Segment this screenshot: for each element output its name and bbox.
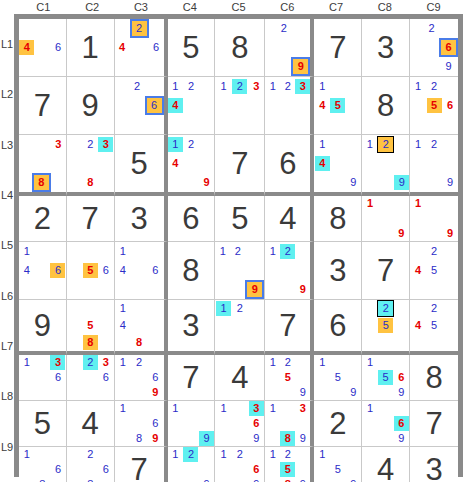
cell-L1C3[interactable]: 246	[115, 19, 168, 77]
cell-L5C4[interactable]: 8	[168, 242, 216, 300]
candidate-2[interactable]: 2	[183, 447, 198, 462]
candidate-pos-4: 4	[168, 154, 184, 173]
cell-L2C9[interactable]: 1256	[410, 77, 458, 135]
candidate-pos-1: 1	[362, 135, 377, 154]
candidate-pos-6: 6	[442, 96, 458, 115]
candidate-pos-1: 1	[19, 355, 35, 370]
cell-L5C9[interactable]: 245	[410, 242, 458, 300]
candidate-2[interactable]: 2	[427, 244, 442, 259]
cell-L7C4[interactable]: 7	[168, 355, 216, 401]
cell-L3C1[interactable]: 38	[19, 135, 67, 196]
big-digit: 4	[265, 196, 310, 241]
candidate-1[interactable]: 1	[411, 79, 426, 94]
cell-L7C3[interactable]: 1269	[115, 355, 168, 401]
candidate-6[interactable]: 6	[148, 263, 163, 278]
cell-L7C5[interactable]: 4	[215, 355, 265, 401]
candidate-1[interactable]: 1	[363, 196, 378, 211]
candidate-4[interactable]: 4	[315, 98, 330, 113]
candidate-2[interactable]: 2	[427, 301, 442, 316]
candidate-6[interactable]: 6	[439, 38, 458, 57]
candidate-3[interactable]: 3	[295, 79, 310, 94]
candidate-3[interactable]: 3	[98, 137, 113, 152]
candidate-3[interactable]: 3	[50, 355, 65, 370]
candidate-1[interactable]: 1	[168, 79, 183, 94]
candidate-pos-6: 6	[50, 38, 66, 57]
cell-L3C8[interactable]: 129	[362, 135, 410, 196]
cell-L6C4[interactable]: 3	[168, 300, 216, 355]
candidate-pos-2: 2	[232, 300, 248, 317]
cell-L1C4[interactable]: 5	[168, 19, 216, 77]
candidate-6[interactable]: 6	[50, 40, 65, 55]
candidate-1[interactable]: 1	[363, 401, 378, 416]
candidate-6[interactable]: 6	[148, 416, 163, 431]
cell-L8C5[interactable]: 1369	[215, 401, 265, 447]
cell-L5C8[interactable]: 7	[362, 242, 410, 300]
candidate-pos-1: 1	[362, 401, 378, 416]
cell-L1C9[interactable]: 269	[410, 19, 458, 77]
candidate-2[interactable]: 2	[427, 137, 442, 152]
candidate-8[interactable]: 8	[32, 173, 51, 192]
candidate-pos-6: 6	[147, 261, 163, 280]
candidate-4[interactable]: 4	[168, 156, 183, 171]
candidate-pos-2: 2	[130, 77, 145, 96]
candidate-1[interactable]: 1	[215, 244, 230, 259]
candidate-1[interactable]: 1	[265, 355, 280, 370]
candidate-pos-9: 9	[442, 173, 458, 192]
cell-L7C7[interactable]: 159	[314, 355, 362, 401]
candidate-2[interactable]: 2	[83, 355, 98, 370]
candidate-1[interactable]: 1	[315, 447, 330, 462]
candidate-8[interactable]: 8	[35, 477, 50, 482]
candidate-3[interactable]: 3	[249, 79, 264, 94]
candidate-4[interactable]: 4	[115, 318, 130, 333]
cell-L4C3[interactable]: 3	[115, 196, 168, 242]
cell-L6C2[interactable]: 58	[67, 300, 115, 355]
cell-L5C7[interactable]: 3	[314, 242, 362, 300]
cell-L9C1[interactable]: 168	[19, 447, 67, 482]
candidate-pos-1: 1	[215, 401, 231, 416]
candidate-1[interactable]: 1	[115, 244, 130, 259]
cell-L4C4[interactable]: 6	[168, 196, 216, 242]
candidate-6[interactable]: 6	[148, 370, 163, 385]
candidate-9[interactable]: 9	[199, 431, 214, 446]
candidate-pos-2: 2	[426, 135, 442, 154]
candidate-2[interactable]: 2	[83, 137, 98, 152]
cell-L7C1[interactable]: 136	[19, 355, 67, 401]
big-digit: 9	[67, 77, 114, 134]
cell-L9C8[interactable]: 4	[362, 447, 410, 482]
candidate-6[interactable]: 6	[394, 416, 409, 431]
cell-L6C1[interactable]: 9	[19, 300, 67, 355]
cell-L8C3[interactable]: 1689	[115, 401, 168, 447]
candidate-5[interactable]: 5	[427, 98, 442, 113]
candidate-1[interactable]: 1	[168, 401, 183, 416]
candidate-grid: 238	[67, 135, 114, 192]
candidate-4[interactable]: 4	[411, 263, 426, 278]
cell-L7C9[interactable]: 8	[410, 355, 458, 401]
cell-L7C2[interactable]: 236	[67, 355, 115, 401]
candidate-pos-6: 6	[98, 462, 114, 477]
cell-L2C6[interactable]: 123	[265, 77, 314, 135]
candidate-1[interactable]: 1	[115, 355, 130, 370]
candidate-pos-1: 1	[362, 355, 378, 370]
candidate-pos-2: 2	[82, 355, 98, 370]
candidate-2[interactable]: 2	[183, 137, 198, 152]
cell-L4C7[interactable]: 8	[314, 196, 362, 242]
candidate-grid: 12	[215, 300, 264, 351]
big-digit: 2	[19, 196, 66, 241]
candidate-6[interactable]: 6	[98, 263, 113, 278]
candidate-pos-1: 1	[168, 447, 184, 462]
candidate-4[interactable]: 4	[115, 40, 130, 55]
candidate-3[interactable]: 3	[249, 401, 264, 416]
candidate-2[interactable]: 2	[130, 19, 149, 38]
candidate-5[interactable]: 5	[378, 318, 393, 333]
big-digit: 7	[410, 401, 458, 446]
candidate-pos-2: 2	[426, 300, 442, 317]
cell-L3C5[interactable]: 7	[215, 135, 265, 196]
candidate-2[interactable]: 2	[183, 79, 198, 94]
candidate-1[interactable]: 1	[315, 79, 330, 94]
candidate-2[interactable]: 2	[427, 79, 442, 94]
candidate-1[interactable]: 1	[168, 137, 183, 152]
cell-L9C5[interactable]: 1269	[215, 447, 265, 482]
candidate-6[interactable]: 6	[50, 370, 65, 385]
candidate-grid: 38	[19, 135, 66, 192]
cell-L5C5[interactable]: 129	[215, 242, 265, 300]
cell-L2C3[interactable]: 26	[115, 77, 168, 135]
candidate-1[interactable]: 1	[19, 447, 34, 462]
candidate-pos-2: 2	[426, 242, 442, 261]
cell-L5C2[interactable]: 56	[67, 242, 115, 300]
candidate-5[interactable]: 5	[427, 263, 442, 278]
candidate-pos-4: 4	[115, 317, 131, 334]
cell-L9C9[interactable]: 3	[410, 447, 458, 482]
cell-L8C9[interactable]: 7	[410, 401, 458, 447]
cell-L3C9[interactable]: 129	[410, 135, 458, 196]
candidate-5[interactable]: 5	[427, 318, 442, 333]
cell-L3C4[interactable]: 1249	[168, 135, 216, 196]
candidate-pos-1: 1	[168, 135, 184, 154]
candidate-9[interactable]: 9	[441, 59, 456, 74]
cell-L6C6[interactable]: 7	[265, 300, 314, 355]
candidate-1[interactable]: 1	[411, 137, 426, 152]
candidate-5[interactable]: 5	[330, 462, 345, 477]
candidate-6[interactable]: 6	[145, 96, 164, 115]
candidate-pos-9: 9	[439, 57, 458, 76]
candidate-9[interactable]: 9	[295, 431, 310, 446]
candidate-8[interactable]: 8	[83, 477, 98, 482]
candidate-9[interactable]: 9	[199, 175, 214, 190]
candidate-5[interactable]: 5	[83, 263, 98, 278]
candidate-pos-5: 5	[378, 370, 394, 385]
candidate-9[interactable]: 9	[346, 477, 361, 482]
candidate-grid: 136	[19, 355, 66, 400]
candidate-1[interactable]: 1	[216, 401, 231, 416]
candidate-4[interactable]: 4	[315, 156, 330, 171]
big-digit: 5	[19, 401, 66, 446]
candidate-9[interactable]: 9	[346, 385, 361, 400]
cell-L1C5[interactable]: 8	[215, 19, 265, 77]
row-label-L8: L8	[0, 371, 14, 421]
candidate-9[interactable]: 9	[394, 385, 409, 400]
candidate-pos-4: 4	[314, 96, 330, 115]
cell-L8C6[interactable]: 1389	[265, 401, 314, 447]
cell-L9C7[interactable]: 159	[314, 447, 362, 482]
candidate-pos-2: 2	[280, 447, 295, 462]
candidate-9[interactable]: 9	[394, 431, 409, 446]
candidate-pos-4: 4	[115, 261, 131, 280]
cell-L2C4[interactable]: 124	[168, 77, 216, 135]
cell-L3C3[interactable]: 5	[115, 135, 168, 196]
candidate-1[interactable]: 1	[216, 301, 231, 316]
candidate-grid: 148	[115, 300, 164, 351]
candidate-2[interactable]: 2	[280, 447, 295, 462]
big-digit: 5	[168, 19, 215, 76]
candidate-6[interactable]: 6	[98, 370, 113, 385]
candidate-1[interactable]: 1	[216, 447, 231, 462]
candidate-grid: 19	[168, 401, 215, 446]
candidate-1[interactable]: 1	[216, 79, 231, 94]
cell-L8C8[interactable]: 169	[362, 401, 410, 447]
candidate-2[interactable]: 2	[280, 79, 295, 94]
cell-L4C1[interactable]: 2	[19, 196, 67, 242]
candidate-8[interactable]: 8	[132, 335, 147, 350]
candidate-1[interactable]: 1	[315, 355, 330, 370]
candidate-4[interactable]: 4	[19, 263, 34, 278]
candidate-2[interactable]: 2	[232, 79, 247, 94]
candidate-4[interactable]: 4	[168, 98, 183, 113]
candidate-9[interactable]: 9	[245, 280, 264, 299]
candidate-pos-1: 1	[410, 135, 426, 154]
candidate-pos-2: 2	[280, 355, 295, 370]
candidate-1[interactable]: 1	[265, 401, 280, 416]
candidate-9[interactable]: 9	[249, 431, 264, 446]
cell-L3C7[interactable]: 149	[314, 135, 362, 196]
candidate-pos-2: 2	[82, 135, 98, 154]
cell-L3C2[interactable]: 238	[67, 135, 115, 196]
candidate-pos-6: 6	[149, 38, 164, 57]
cell-L1C8[interactable]: 3	[362, 19, 410, 77]
candidate-3[interactable]: 3	[98, 355, 113, 370]
candidate-6[interactable]: 6	[394, 370, 409, 385]
candidate-pos-9: 9	[442, 226, 458, 241]
cell-L2C1[interactable]: 7	[19, 77, 67, 135]
candidate-8[interactable]: 8	[280, 477, 295, 482]
candidate-6[interactable]: 6	[50, 462, 65, 477]
candidate-2[interactable]: 2	[280, 355, 295, 370]
candidate-pos-4: 4	[314, 154, 330, 173]
cell-L1C6[interactable]: 29	[265, 19, 314, 77]
candidate-2[interactable]: 2	[424, 21, 439, 36]
cell-L2C2[interactable]: 9	[67, 77, 115, 135]
candidate-5[interactable]: 5	[280, 462, 295, 477]
candidate-9[interactable]: 9	[443, 175, 458, 190]
cell-L2C7[interactable]: 145	[314, 77, 362, 135]
row-label-L7: L7	[0, 321, 14, 371]
candidate-2[interactable]: 2	[230, 244, 245, 259]
candidate-2[interactable]: 2	[130, 79, 145, 94]
candidate-pos-6: 6	[98, 370, 114, 385]
candidate-5[interactable]: 5	[280, 370, 295, 385]
candidate-1[interactable]: 1	[115, 401, 130, 416]
candidate-pos-1: 1	[19, 242, 35, 261]
col-label-C7: C7	[312, 0, 361, 14]
big-digit: 8	[168, 242, 215, 299]
cell-L4C9[interactable]: 19	[410, 196, 458, 242]
candidate-6[interactable]: 6	[98, 462, 113, 477]
cell-L5C1[interactable]: 146	[19, 242, 67, 300]
cell-L1C7[interactable]: 7	[314, 19, 362, 77]
candidate-2[interactable]: 2	[280, 244, 295, 259]
cell-L8C4[interactable]: 19	[168, 401, 216, 447]
candidate-pos-8: 8	[32, 173, 51, 192]
candidate-9[interactable]: 9	[443, 226, 458, 241]
cell-L1C1[interactable]: 46	[19, 19, 67, 77]
candidate-4[interactable]: 4	[115, 263, 130, 278]
candidate-1[interactable]: 1	[315, 137, 330, 152]
candidate-3[interactable]: 3	[295, 401, 310, 416]
candidate-9[interactable]: 9	[148, 385, 163, 400]
candidate-2[interactable]: 2	[83, 447, 98, 462]
cell-L6C9[interactable]: 245	[410, 300, 458, 355]
cell-L4C8[interactable]: 19	[362, 196, 410, 242]
cell-L4C5[interactable]: 5	[215, 196, 265, 242]
cell-L4C6[interactable]: 4	[265, 196, 314, 242]
row-label-L6: L6	[0, 271, 14, 321]
candidate-pos-3: 3	[51, 135, 66, 154]
candidate-9[interactable]: 9	[346, 175, 361, 190]
big-digit: 3	[168, 300, 215, 351]
candidate-1[interactable]: 1	[19, 244, 34, 259]
cell-L8C2[interactable]: 4	[67, 401, 115, 447]
candidate-1[interactable]: 1	[115, 301, 130, 316]
candidate-6[interactable]: 6	[249, 416, 264, 431]
candidate-2[interactable]: 2	[276, 21, 291, 36]
candidate-pos-4: 4	[19, 38, 35, 57]
cell-L5C3[interactable]: 146	[115, 242, 168, 300]
cell-L6C8[interactable]: 25	[362, 300, 410, 355]
candidate-pos-5: 5	[330, 462, 346, 477]
candidate-1[interactable]: 1	[411, 196, 426, 211]
cell-L8C7[interactable]: 2	[314, 401, 362, 447]
candidate-9[interactable]: 9	[291, 57, 310, 76]
candidate-pos-9: 9	[199, 477, 215, 482]
candidate-grid: 1249	[168, 135, 215, 192]
candidate-pos-9: 9	[147, 385, 163, 400]
big-digit: 3	[410, 447, 458, 482]
candidate-2[interactable]: 2	[377, 136, 394, 153]
candidate-1[interactable]: 1	[363, 355, 378, 370]
candidate-pos-9: 9	[248, 431, 264, 446]
candidate-pos-1: 1	[115, 242, 131, 261]
candidate-8[interactable]: 8	[280, 431, 295, 446]
cell-L6C5[interactable]: 12	[215, 300, 265, 355]
candidate-pos-2: 2	[183, 77, 199, 96]
candidate-pos-2: 2	[424, 19, 439, 38]
candidate-1[interactable]: 1	[19, 355, 34, 370]
candidate-9[interactable]: 9	[394, 226, 409, 241]
candidate-pos-9: 9	[346, 477, 362, 482]
col-label-C4: C4	[165, 0, 214, 14]
cell-L2C5[interactable]: 123	[215, 77, 265, 135]
candidate-pos-5: 5	[280, 462, 295, 477]
candidate-4[interactable]: 4	[411, 318, 426, 333]
cell-L8C1[interactable]: 5	[19, 401, 67, 447]
candidate-1[interactable]: 1	[265, 244, 280, 259]
candidate-pos-5: 5	[426, 261, 442, 280]
candidate-5[interactable]: 5	[83, 318, 98, 333]
candidate-pos-3: 3	[98, 135, 114, 154]
candidate-6[interactable]: 6	[443, 98, 458, 113]
candidate-6[interactable]: 6	[149, 40, 164, 55]
cell-L7C8[interactable]: 1569	[362, 355, 410, 401]
candidate-pos-2: 2	[230, 242, 245, 261]
big-digit: 5	[215, 196, 264, 241]
candidate-8[interactable]: 8	[83, 175, 98, 190]
candidate-9[interactable]: 9	[249, 477, 264, 482]
candidate-pos-2: 2	[183, 135, 199, 154]
candidate-4[interactable]: 4	[19, 40, 34, 55]
cell-L9C4[interactable]: 129	[168, 447, 216, 482]
candidate-2[interactable]: 2	[132, 355, 147, 370]
candidate-5[interactable]: 5	[378, 370, 393, 385]
candidate-2[interactable]: 2	[232, 301, 247, 316]
candidate-pos-1: 1	[168, 401, 184, 416]
candidate-2[interactable]: 2	[377, 300, 394, 317]
candidate-9[interactable]: 9	[199, 477, 214, 482]
candidate-pos-6: 6	[248, 462, 264, 477]
candidate-grid: 29	[265, 19, 310, 76]
candidate-pos-1: 1	[215, 300, 231, 317]
candidate-1[interactable]: 1	[362, 137, 377, 152]
big-digit: 7	[67, 196, 114, 241]
cell-L7C6[interactable]: 1259	[265, 355, 314, 401]
candidate-pos-1: 1	[215, 77, 231, 96]
candidate-6[interactable]: 6	[50, 263, 65, 278]
cell-L9C2[interactable]: 268	[67, 447, 115, 482]
cell-L4C2[interactable]: 7	[67, 196, 115, 242]
candidate-9[interactable]: 9	[295, 385, 310, 400]
candidate-grid: 129	[168, 447, 215, 482]
candidate-8[interactable]: 8	[132, 431, 147, 446]
candidate-grid: 12589	[265, 447, 310, 482]
candidate-5[interactable]: 5	[330, 370, 345, 385]
cell-L2C8[interactable]: 8	[362, 77, 410, 135]
cell-L9C3[interactable]: 7	[115, 447, 168, 482]
candidate-6[interactable]: 6	[249, 462, 264, 477]
row-labels: L1L2L3L4L5L6L7L8L9	[0, 19, 14, 472]
candidate-1[interactable]: 1	[265, 447, 280, 462]
candidate-9[interactable]: 9	[394, 175, 409, 190]
candidate-1[interactable]: 1	[168, 447, 183, 462]
candidate-grid: 1569	[362, 355, 409, 400]
cell-L9C6[interactable]: 12589	[265, 447, 314, 482]
candidate-2[interactable]: 2	[232, 447, 247, 462]
candidate-1[interactable]: 1	[265, 79, 280, 94]
cell-L6C7[interactable]: 6	[314, 300, 362, 355]
candidate-5[interactable]: 5	[330, 98, 345, 113]
candidate-9[interactable]: 9	[295, 477, 310, 482]
candidate-9[interactable]: 9	[148, 431, 163, 446]
cell-L3C6[interactable]: 6	[265, 135, 314, 196]
candidate-3[interactable]: 3	[51, 137, 66, 152]
cell-L1C2[interactable]: 1	[67, 19, 115, 77]
candidate-9[interactable]: 9	[295, 282, 310, 297]
candidate-8[interactable]: 8	[83, 335, 98, 350]
cell-L5C6[interactable]: 129	[265, 242, 314, 300]
cell-L6C3[interactable]: 148	[115, 300, 168, 355]
